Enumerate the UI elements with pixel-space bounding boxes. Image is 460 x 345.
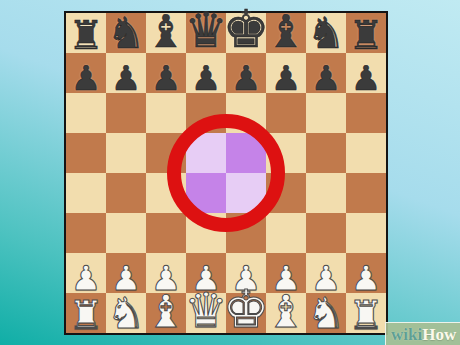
- square-e4: [226, 173, 266, 213]
- piece-black-rook-a8: ♜: [68, 16, 104, 54]
- square-f5: [266, 133, 306, 173]
- scene: ♜♞♝♛♚♝♞♜♟♟♟♟♟♟♟♟♟♟♟♟♟♟♟♟♜♞♝♛♚♝♞♜ wikiHow: [0, 0, 460, 345]
- piece-black-pawn-h7: ♟: [351, 62, 381, 94]
- square-e5: [226, 133, 266, 173]
- square-g3: [306, 213, 346, 253]
- watermark-how-text: How: [422, 326, 456, 343]
- square-h3: [346, 213, 386, 253]
- square-b4: [106, 173, 146, 213]
- square-e1: ♚: [226, 293, 266, 333]
- square-d8: ♛: [186, 13, 226, 53]
- piece-black-king-e8: ♚: [223, 5, 270, 54]
- piece-black-bishop-c8: ♝: [146, 11, 186, 54]
- square-c5: [146, 133, 186, 173]
- chessboard: ♜♞♝♛♚♝♞♜♟♟♟♟♟♟♟♟♟♟♟♟♟♟♟♟♜♞♝♛♚♝♞♜: [64, 11, 388, 335]
- square-g6: [306, 93, 346, 133]
- square-b1: ♞: [106, 293, 146, 333]
- square-g5: [306, 133, 346, 173]
- square-a3: [66, 213, 106, 253]
- square-f6: [266, 93, 306, 133]
- square-c1: ♝: [146, 293, 186, 333]
- watermark-wiki-text: wiki: [391, 326, 422, 343]
- square-b5: [106, 133, 146, 173]
- square-f8: ♝: [266, 13, 306, 53]
- square-h1: ♜: [346, 293, 386, 333]
- square-e3: [226, 213, 266, 253]
- square-b2: ♟: [106, 253, 146, 293]
- square-a6: [66, 93, 106, 133]
- square-f4: [266, 173, 306, 213]
- piece-white-bishop-f1: ♝: [266, 291, 306, 334]
- piece-black-pawn-b7: ♟: [111, 62, 141, 94]
- square-b8: ♞: [106, 13, 146, 53]
- piece-white-bishop-c1: ♝: [146, 291, 186, 334]
- square-e8: ♚: [226, 13, 266, 53]
- square-g2: ♟: [306, 253, 346, 293]
- piece-white-pawn-h2: ♟: [351, 262, 381, 294]
- square-h6: [346, 93, 386, 133]
- square-h7: ♟: [346, 53, 386, 93]
- square-f1: ♝: [266, 293, 306, 333]
- square-d7: ♟: [186, 53, 226, 93]
- piece-black-knight-b8: ♞: [107, 13, 146, 54]
- piece-white-pawn-a2: ♟: [71, 262, 101, 294]
- square-h8: ♜: [346, 13, 386, 53]
- square-g7: ♟: [306, 53, 346, 93]
- square-e7: ♟: [226, 53, 266, 93]
- piece-black-pawn-f7: ♟: [271, 62, 301, 94]
- square-e6: [226, 93, 266, 133]
- square-c4: [146, 173, 186, 213]
- piece-black-pawn-e7: ♟: [231, 62, 261, 94]
- square-d1: ♛: [186, 293, 226, 333]
- piece-black-bishop-f8: ♝: [266, 11, 306, 54]
- piece-black-pawn-c7: ♟: [151, 62, 181, 94]
- square-c3: [146, 213, 186, 253]
- square-g1: ♞: [306, 293, 346, 333]
- square-g4: [306, 173, 346, 213]
- square-c8: ♝: [146, 13, 186, 53]
- piece-white-queen-d1: ♛: [184, 288, 227, 334]
- piece-black-pawn-g7: ♟: [311, 62, 341, 94]
- square-a1: ♜: [66, 293, 106, 333]
- square-d6: [186, 93, 226, 133]
- wikihow-watermark: wikiHow: [385, 322, 460, 345]
- square-b6: [106, 93, 146, 133]
- piece-black-pawn-d7: ♟: [191, 62, 221, 94]
- piece-white-knight-g1: ♞: [307, 293, 346, 334]
- square-a2: ♟: [66, 253, 106, 293]
- square-h4: [346, 173, 386, 213]
- square-f7: ♟: [266, 53, 306, 93]
- square-b7: ♟: [106, 53, 146, 93]
- square-a8: ♜: [66, 13, 106, 53]
- square-d4: [186, 173, 226, 213]
- piece-black-rook-h8: ♜: [348, 16, 384, 54]
- square-c7: ♟: [146, 53, 186, 93]
- square-a4: [66, 173, 106, 213]
- piece-white-rook-a1: ♜: [68, 296, 104, 334]
- square-f3: [266, 213, 306, 253]
- piece-black-queen-d8: ♛: [184, 8, 227, 54]
- piece-white-rook-h1: ♜: [348, 296, 384, 334]
- piece-white-king-e1: ♚: [223, 285, 270, 334]
- piece-black-pawn-a7: ♟: [71, 62, 101, 94]
- square-d3: [186, 213, 226, 253]
- piece-black-knight-g8: ♞: [307, 13, 346, 54]
- square-g8: ♞: [306, 13, 346, 53]
- square-h2: ♟: [346, 253, 386, 293]
- square-h5: [346, 133, 386, 173]
- square-a7: ♟: [66, 53, 106, 93]
- piece-white-knight-b1: ♞: [107, 293, 146, 334]
- square-a5: [66, 133, 106, 173]
- square-b3: [106, 213, 146, 253]
- square-d5: [186, 133, 226, 173]
- square-c6: [146, 93, 186, 133]
